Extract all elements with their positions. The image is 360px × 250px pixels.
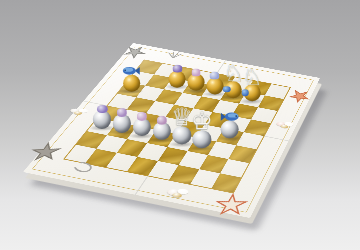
- coral-sprig-top: [162, 51, 185, 59]
- silver-sphere-base: [221, 121, 239, 139]
- piece-silver-pawn-c3[interactable]: [133, 112, 151, 136]
- piece-gold-pawn-d7[interactable]: [187, 68, 204, 90]
- mermaid-glyph: ♕: [171, 107, 192, 128]
- piece-silver-pawn-a3[interactable]: [93, 105, 111, 129]
- piece-gold-pawn-e7[interactable]: [206, 72, 223, 94]
- seahorse-glyph: ♘: [223, 63, 244, 84]
- piece-silver-pawn-d3[interactable]: [153, 116, 171, 140]
- shell-topper: [191, 68, 201, 76]
- seahorse-glyph: ♘: [242, 67, 263, 88]
- silver-sphere-base: [93, 110, 111, 128]
- piece-gold-knight-g7[interactable]: ♘: [242, 67, 263, 102]
- piece-silver-bishop-g4[interactable]: [220, 110, 241, 139]
- piece-gold-knight-f7[interactable]: ♘: [223, 63, 244, 98]
- piece-silver-queen-e3[interactable]: ♕: [171, 107, 192, 144]
- piece-silver-king-f3[interactable]: ♔: [191, 111, 212, 148]
- piece-silver-pawn-b3[interactable]: [113, 108, 131, 132]
- photo-stage: ♘♘ ♕♔: [0, 0, 360, 250]
- mermaid-glyph: ♔: [191, 111, 212, 132]
- shell-topper: [210, 72, 220, 80]
- piece-gold-bishop-a6[interactable]: [122, 65, 142, 92]
- shell-topper: [172, 65, 182, 73]
- piece-gold-pawn-c7[interactable]: [169, 65, 186, 87]
